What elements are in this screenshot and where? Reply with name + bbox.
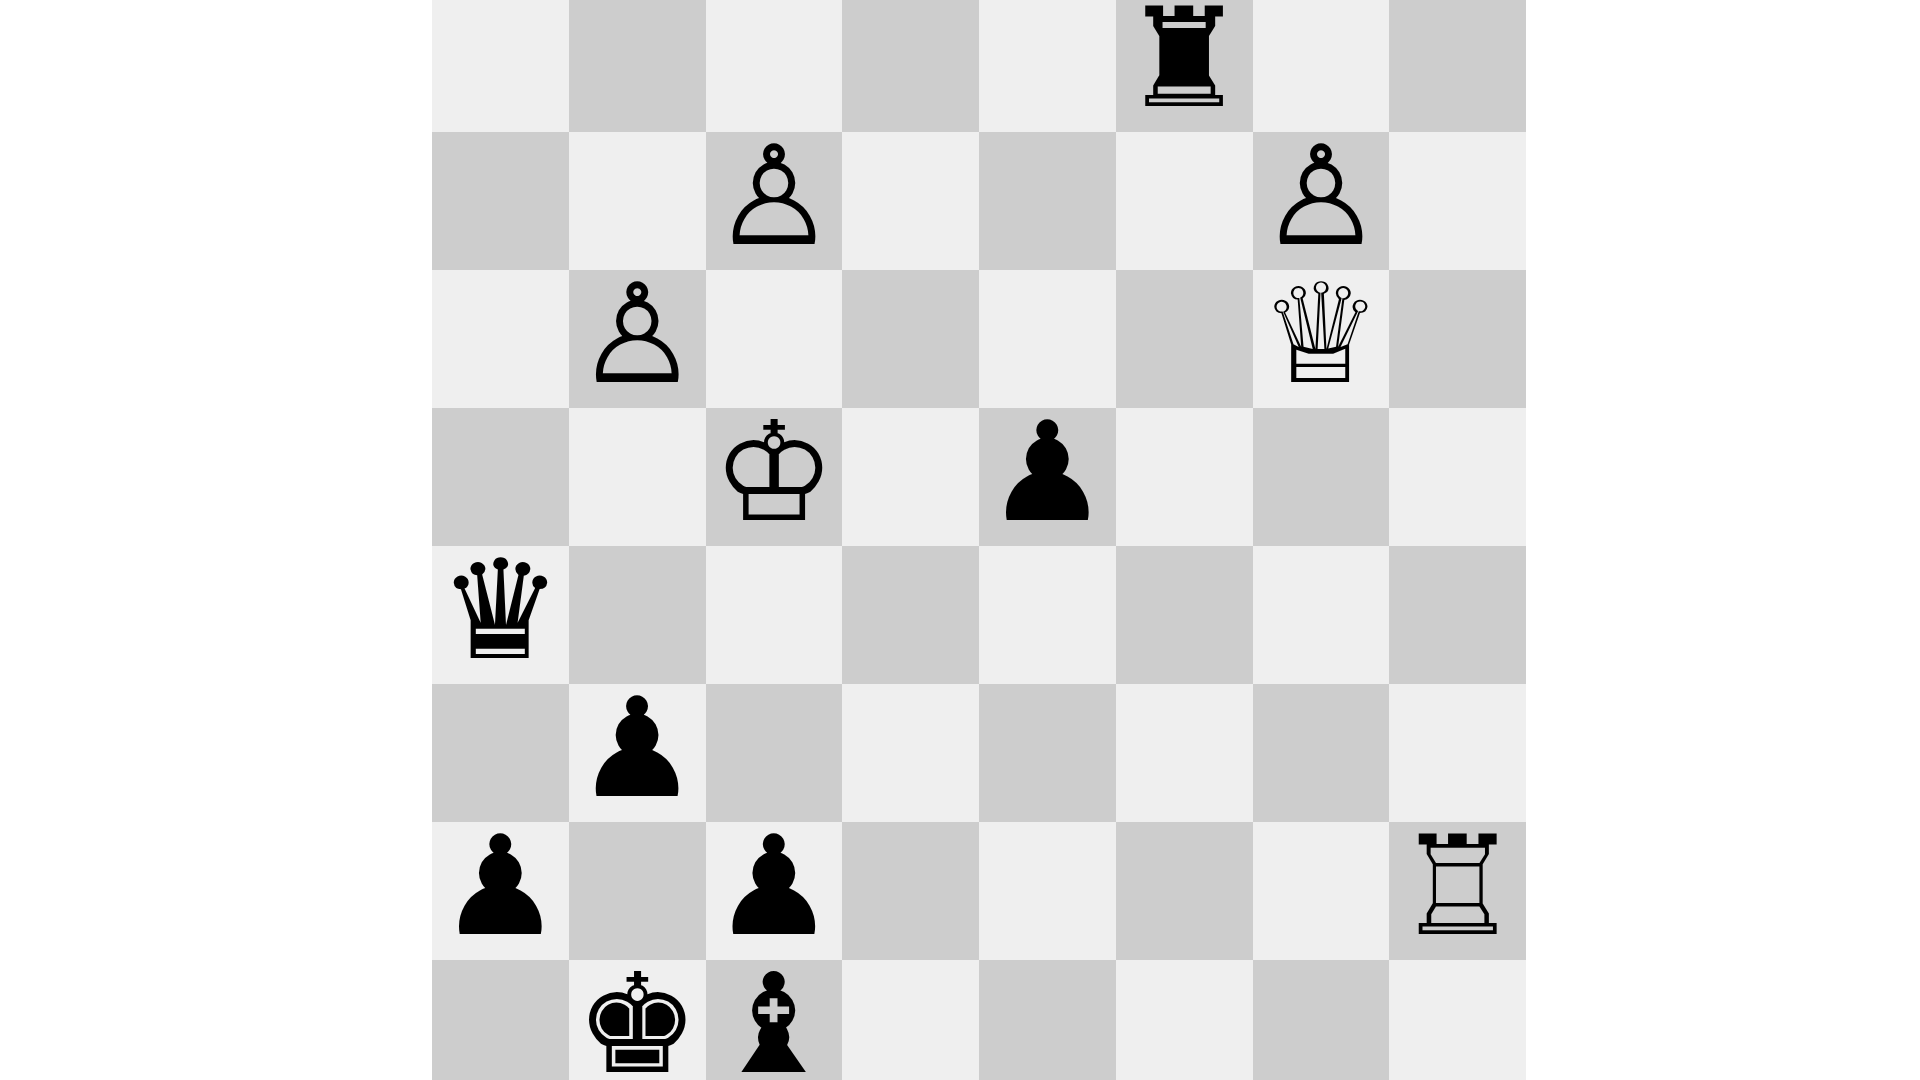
square-b8[interactable] — [569, 0, 706, 132]
square-e1[interactable] — [979, 960, 1116, 1080]
square-h1[interactable] — [1389, 960, 1526, 1080]
square-b2[interactable] — [569, 822, 706, 960]
square-g5[interactable] — [1253, 408, 1390, 546]
black-rook-f8: ♜ — [1122, 0, 1246, 128]
square-b1[interactable]: ♚ — [569, 960, 706, 1080]
square-b3[interactable]: ♟ — [569, 684, 706, 822]
page-background: ♜♙♙♙♕♔♟♛♟♟♟♖♚♝ — [0, 0, 1920, 1080]
square-f3[interactable] — [1116, 684, 1253, 822]
square-b6[interactable]: ♙ — [569, 270, 706, 408]
square-c5[interactable]: ♔ — [706, 408, 843, 546]
square-h3[interactable] — [1389, 684, 1526, 822]
black-pawn-c2: ♟ — [712, 818, 836, 956]
square-c7[interactable]: ♙ — [706, 132, 843, 270]
square-b4[interactable] — [569, 546, 706, 684]
square-f7[interactable] — [1116, 132, 1253, 270]
white-rook-h2: ♖ — [1396, 818, 1520, 956]
square-e5[interactable]: ♟ — [979, 408, 1116, 546]
black-bishop-c1: ♝ — [712, 956, 836, 1080]
square-a1[interactable] — [432, 960, 569, 1080]
square-d1[interactable] — [842, 960, 979, 1080]
square-e6[interactable] — [979, 270, 1116, 408]
square-d2[interactable] — [842, 822, 979, 960]
square-c2[interactable]: ♟ — [706, 822, 843, 960]
square-c8[interactable] — [706, 0, 843, 132]
square-c6[interactable] — [706, 270, 843, 408]
square-d5[interactable] — [842, 408, 979, 546]
black-pawn-e5: ♟ — [986, 404, 1110, 542]
square-c1[interactable]: ♝ — [706, 960, 843, 1080]
white-king-c5: ♔ — [712, 404, 836, 542]
black-pawn-a2: ♟ — [439, 818, 563, 956]
square-a2[interactable]: ♟ — [432, 822, 569, 960]
square-h6[interactable] — [1389, 270, 1526, 408]
square-e8[interactable] — [979, 0, 1116, 132]
square-d6[interactable] — [842, 270, 979, 408]
square-g3[interactable] — [1253, 684, 1390, 822]
square-g7[interactable]: ♙ — [1253, 132, 1390, 270]
square-f8[interactable]: ♜ — [1116, 0, 1253, 132]
square-g8[interactable] — [1253, 0, 1390, 132]
square-a4[interactable]: ♛ — [432, 546, 569, 684]
square-d8[interactable] — [842, 0, 979, 132]
square-e7[interactable] — [979, 132, 1116, 270]
square-f4[interactable] — [1116, 546, 1253, 684]
square-h2[interactable]: ♖ — [1389, 822, 1526, 960]
square-g1[interactable] — [1253, 960, 1390, 1080]
square-b5[interactable] — [569, 408, 706, 546]
square-e3[interactable] — [979, 684, 1116, 822]
square-b7[interactable] — [569, 132, 706, 270]
white-queen-g6: ♕ — [1259, 266, 1383, 404]
square-h5[interactable] — [1389, 408, 1526, 546]
black-queen-a4: ♛ — [439, 542, 563, 680]
square-a8[interactable] — [432, 0, 569, 132]
square-e4[interactable] — [979, 546, 1116, 684]
square-g6[interactable]: ♕ — [1253, 270, 1390, 408]
square-d4[interactable] — [842, 546, 979, 684]
square-a6[interactable] — [432, 270, 569, 408]
square-c3[interactable] — [706, 684, 843, 822]
square-f2[interactable] — [1116, 822, 1253, 960]
square-h8[interactable] — [1389, 0, 1526, 132]
black-king-b1: ♚ — [575, 956, 699, 1080]
square-f6[interactable] — [1116, 270, 1253, 408]
square-f5[interactable] — [1116, 408, 1253, 546]
square-h4[interactable] — [1389, 546, 1526, 684]
square-c4[interactable] — [706, 546, 843, 684]
white-pawn-b6: ♙ — [575, 266, 699, 404]
square-a7[interactable] — [432, 132, 569, 270]
square-f1[interactable] — [1116, 960, 1253, 1080]
square-d3[interactable] — [842, 684, 979, 822]
square-d7[interactable] — [842, 132, 979, 270]
black-pawn-b3: ♟ — [575, 680, 699, 818]
white-pawn-c7: ♙ — [712, 128, 836, 266]
square-a3[interactable] — [432, 684, 569, 822]
white-pawn-g7: ♙ — [1259, 128, 1383, 266]
square-a5[interactable] — [432, 408, 569, 546]
square-h7[interactable] — [1389, 132, 1526, 270]
square-g2[interactable] — [1253, 822, 1390, 960]
square-e2[interactable] — [979, 822, 1116, 960]
square-g4[interactable] — [1253, 546, 1390, 684]
chess-board: ♜♙♙♙♕♔♟♛♟♟♟♖♚♝ — [432, 0, 1526, 1080]
